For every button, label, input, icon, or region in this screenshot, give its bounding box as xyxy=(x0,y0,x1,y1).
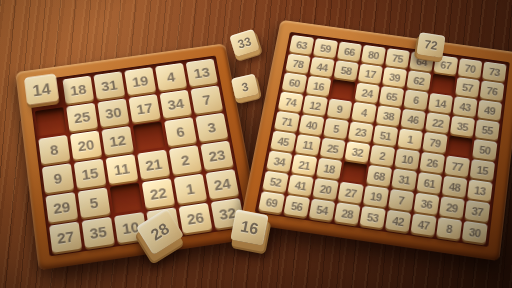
board-cell: 65 xyxy=(379,86,404,107)
number-tile-35[interactable]: 35 xyxy=(450,116,475,137)
board-cell: 71 xyxy=(274,111,300,132)
number-tile-6[interactable]: 6 xyxy=(164,117,197,146)
board-cell: 22 xyxy=(142,178,175,208)
number-tile-21[interactable]: 21 xyxy=(291,154,317,176)
number-tile-35[interactable]: 35 xyxy=(82,217,115,248)
number-tile-6[interactable]: 6 xyxy=(403,89,428,110)
board-cell: 18 xyxy=(62,76,94,104)
board-cell: 11 xyxy=(295,134,321,155)
board-cell: 7 xyxy=(190,85,223,114)
number-tile-74[interactable]: 74 xyxy=(278,92,304,113)
number-tile-53[interactable]: 53 xyxy=(360,206,386,228)
number-tile-73[interactable]: 73 xyxy=(482,61,506,81)
number-tile-36[interactable]: 36 xyxy=(414,193,440,215)
number-tile-31[interactable]: 31 xyxy=(391,169,417,191)
board-cell: 73 xyxy=(482,61,506,81)
board-cell: 10 xyxy=(394,148,420,170)
number-tile-42[interactable]: 42 xyxy=(385,210,411,232)
loose-tile-33[interactable]: 33 xyxy=(229,29,259,57)
number-tile-8[interactable]: 8 xyxy=(436,217,462,240)
number-tile-15[interactable]: 15 xyxy=(74,159,107,189)
empty-cell xyxy=(447,135,472,156)
board-cell: 14 xyxy=(31,80,62,108)
board-cell: 1 xyxy=(174,174,207,204)
number-tile-40[interactable]: 40 xyxy=(299,114,325,135)
number-tile-19[interactable]: 19 xyxy=(363,185,389,207)
number-tile-12[interactable]: 12 xyxy=(101,126,133,155)
number-tile-26[interactable]: 26 xyxy=(179,203,213,234)
number-tile-56[interactable]: 56 xyxy=(283,195,310,217)
board-cell: 8 xyxy=(38,135,70,165)
board-cell: 5 xyxy=(78,187,111,218)
board-cell: 30 xyxy=(462,221,488,244)
board-cell: 23 xyxy=(200,141,233,171)
number-tile-80[interactable]: 80 xyxy=(361,45,386,65)
board-cell: 68 xyxy=(366,165,392,187)
number-tile-20[interactable]: 20 xyxy=(312,178,338,200)
board-cell: 6 xyxy=(164,117,197,146)
number-tile-1[interactable]: 1 xyxy=(174,174,207,204)
number-tile-62[interactable]: 62 xyxy=(406,70,431,90)
board-cell: 38 xyxy=(376,105,401,126)
board-cell: 31 xyxy=(391,169,417,191)
board-cell: 39 xyxy=(382,67,407,87)
board-cell: 57 xyxy=(455,77,480,98)
board-cell: 3 xyxy=(195,113,228,142)
number-tile-57[interactable]: 57 xyxy=(455,77,480,98)
number-tile-75[interactable]: 75 xyxy=(385,48,410,68)
board-cell: 12 xyxy=(101,126,133,155)
number-tile-79[interactable]: 79 xyxy=(422,132,447,153)
number-tile-34[interactable]: 34 xyxy=(266,151,292,173)
number-tile-55[interactable]: 55 xyxy=(475,119,500,140)
board-cell: 31 xyxy=(93,71,125,99)
board-cell: 29 xyxy=(45,192,78,223)
board-cell: 27 xyxy=(49,222,82,253)
board-cell: 41 xyxy=(287,174,313,196)
board-cell: 62 xyxy=(406,70,431,90)
board-cell: 32 xyxy=(345,141,371,162)
board-cell: 67 xyxy=(434,55,459,75)
number-tile-44[interactable]: 44 xyxy=(309,57,334,77)
empty-cell xyxy=(431,74,456,94)
board-cell: 26 xyxy=(419,152,445,174)
board-cell: 4 xyxy=(351,102,376,123)
number-tile-45[interactable]: 45 xyxy=(270,131,296,152)
number-tile-47[interactable]: 47 xyxy=(411,213,437,236)
number-tile-26[interactable]: 26 xyxy=(419,152,445,174)
board-cell: 59 xyxy=(313,38,338,58)
number-tile-9[interactable]: 9 xyxy=(327,98,353,119)
loose-tile-16[interactable]: 16 xyxy=(230,209,268,246)
number-tile-22[interactable]: 22 xyxy=(142,178,175,208)
board-cell: 79 xyxy=(422,132,447,153)
number-tile-65[interactable]: 65 xyxy=(379,86,404,107)
number-tile-70[interactable]: 70 xyxy=(458,58,483,78)
number-tile-38[interactable]: 38 xyxy=(376,105,401,126)
number-tile-63[interactable]: 63 xyxy=(289,35,314,55)
right-board-well: 6359668075646770737844581739625776601624… xyxy=(255,32,510,247)
board-cell: 24 xyxy=(355,83,380,104)
board-cell: 9 xyxy=(42,163,74,193)
board-cell: 56 xyxy=(283,195,310,217)
board-cell: 37 xyxy=(464,200,490,222)
number-tile-28[interactable]: 28 xyxy=(334,202,360,224)
left-puzzle-board-6x6: 1418311941325301734782012639151121223295… xyxy=(15,43,262,270)
number-tile-25[interactable]: 25 xyxy=(320,138,346,159)
number-tile-4[interactable]: 4 xyxy=(155,63,187,91)
board-cell: 40 xyxy=(299,114,325,135)
board-cell: 26 xyxy=(179,203,213,234)
board-cell: 74 xyxy=(278,92,304,113)
board-cell: 51 xyxy=(373,125,399,146)
number-tile-50[interactable]: 50 xyxy=(472,139,497,160)
number-tile-78[interactable]: 78 xyxy=(285,54,310,74)
board-cell: 77 xyxy=(445,155,470,177)
number-tile-24[interactable]: 24 xyxy=(205,169,239,199)
board-cell: 35 xyxy=(450,116,475,137)
board-cell: 55 xyxy=(475,119,500,140)
number-tile-49[interactable]: 49 xyxy=(477,100,502,121)
number-tile-25[interactable]: 25 xyxy=(66,103,98,132)
board-cell: 7 xyxy=(388,189,414,211)
board-cell: 43 xyxy=(453,96,478,117)
right-puzzle-board-9x9: 6359668075646770737844581739625776601624… xyxy=(240,20,512,261)
number-tile-1[interactable]: 1 xyxy=(397,128,422,149)
board-cell: 42 xyxy=(385,210,411,232)
number-tile-24[interactable]: 24 xyxy=(355,83,380,104)
number-tile-30[interactable]: 30 xyxy=(97,98,129,127)
board-cell: 46 xyxy=(401,109,426,130)
board-cell: 28 xyxy=(334,202,360,224)
board-cell: 50 xyxy=(472,139,497,160)
right-board-grid: 6359668075646770737844581739625776601624… xyxy=(258,35,506,244)
number-tile-7[interactable]: 7 xyxy=(388,189,414,211)
board-cell: 21 xyxy=(137,150,170,180)
number-tile-21[interactable]: 21 xyxy=(137,150,170,180)
number-tile-18[interactable]: 18 xyxy=(316,158,342,180)
number-tile-14[interactable]: 14 xyxy=(24,73,59,105)
board-cell: 17 xyxy=(128,94,160,123)
number-tile-12[interactable]: 12 xyxy=(302,95,328,116)
board-cell: 47 xyxy=(411,213,437,236)
loose-tile-72[interactable]: 72 xyxy=(416,32,445,58)
board-cell: 19 xyxy=(124,67,156,95)
number-tile-4[interactable]: 4 xyxy=(351,102,376,123)
number-tile-76[interactable]: 76 xyxy=(480,80,505,101)
board-cell: 63 xyxy=(289,35,314,55)
number-tile-11[interactable]: 11 xyxy=(105,154,138,184)
number-tile-32[interactable]: 32 xyxy=(345,141,371,162)
empty-cell xyxy=(330,79,355,100)
board-cell: 78 xyxy=(285,54,310,74)
loose-tile-3[interactable]: 3 xyxy=(231,74,259,100)
board-cell: 16 xyxy=(306,76,331,97)
board-cell: 23 xyxy=(348,121,374,142)
board-cell: 20 xyxy=(312,178,338,200)
number-tile-58[interactable]: 58 xyxy=(334,60,359,80)
number-tile-13[interactable]: 13 xyxy=(467,179,493,201)
board-cell: 48 xyxy=(442,176,468,198)
number-tile-9[interactable]: 9 xyxy=(42,163,74,193)
number-tile-37[interactable]: 37 xyxy=(464,200,490,222)
number-tile-2[interactable]: 2 xyxy=(169,145,202,175)
number-tile-16[interactable]: 16 xyxy=(306,76,331,97)
number-tile-14[interactable]: 14 xyxy=(428,93,453,114)
number-tile-30[interactable]: 30 xyxy=(462,221,488,244)
board-cell: 20 xyxy=(70,130,102,159)
board-cell: 60 xyxy=(282,72,308,92)
number-tile-69[interactable]: 69 xyxy=(258,191,285,213)
board-cell: 29 xyxy=(439,196,465,218)
number-tile-11[interactable]: 11 xyxy=(295,134,321,155)
board-cell: 76 xyxy=(480,80,505,101)
board-cell: 66 xyxy=(337,41,362,61)
number-tile-23[interactable]: 23 xyxy=(348,121,374,142)
board-cell: 15 xyxy=(470,159,495,181)
board-cell: 25 xyxy=(320,138,346,159)
number-tile-39[interactable]: 39 xyxy=(382,67,407,87)
board-cell: 69 xyxy=(258,191,285,213)
board-cell: 53 xyxy=(360,206,386,228)
number-tile-67[interactable]: 67 xyxy=(434,55,459,75)
number-tile-17[interactable]: 17 xyxy=(128,94,160,123)
board-cell: 34 xyxy=(266,151,292,173)
number-tile-68[interactable]: 68 xyxy=(366,165,392,187)
board-cell: 14 xyxy=(428,93,453,114)
number-tile-22[interactable]: 22 xyxy=(425,112,450,133)
number-tile-29[interactable]: 29 xyxy=(45,192,78,223)
board-cell: 11 xyxy=(105,154,138,184)
board-cell: 70 xyxy=(458,58,483,78)
board-cell: 12 xyxy=(302,95,328,116)
board-cell: 17 xyxy=(358,64,383,84)
board-cell: 5 xyxy=(323,118,349,139)
empty-cell xyxy=(133,122,166,151)
number-tile-48[interactable]: 48 xyxy=(442,176,468,198)
number-tile-2[interactable]: 2 xyxy=(369,145,395,167)
number-tile-7[interactable]: 7 xyxy=(190,85,223,114)
board-cell: 8 xyxy=(436,217,462,240)
number-tile-8[interactable]: 8 xyxy=(38,135,70,165)
number-tile-71[interactable]: 71 xyxy=(274,111,300,132)
board-cell: 35 xyxy=(82,217,115,248)
number-tile-13[interactable]: 13 xyxy=(186,59,218,87)
board-cell: 36 xyxy=(414,193,440,215)
board-cell: 1 xyxy=(397,128,422,149)
board-cell: 52 xyxy=(262,171,289,193)
number-tile-20[interactable]: 20 xyxy=(70,130,102,159)
board-cell: 61 xyxy=(417,172,443,194)
empty-cell xyxy=(341,161,367,183)
board-cell: 15 xyxy=(74,159,107,189)
board-cell: 25 xyxy=(66,103,98,132)
number-tile-19[interactable]: 19 xyxy=(124,67,156,95)
number-tile-61[interactable]: 61 xyxy=(417,172,443,194)
number-tile-54[interactable]: 54 xyxy=(309,199,336,221)
number-tile-52[interactable]: 52 xyxy=(262,171,289,193)
board-cell: 34 xyxy=(159,90,191,119)
number-tile-18[interactable]: 18 xyxy=(62,76,94,104)
board-cell: 9 xyxy=(327,98,353,119)
number-tile-17[interactable]: 17 xyxy=(358,64,383,84)
wood-table: 1418311941325301734782012639151121223295… xyxy=(0,0,512,288)
board-cell: 75 xyxy=(385,48,410,68)
board-cell: 13 xyxy=(467,179,493,201)
left-board-grid: 1418311941325301734782012639151121223295… xyxy=(31,59,244,253)
board-cell: 44 xyxy=(309,57,334,77)
number-tile-34[interactable]: 34 xyxy=(159,90,191,119)
number-tile-3[interactable]: 3 xyxy=(195,113,228,142)
number-tile-31[interactable]: 31 xyxy=(93,71,125,99)
number-tile-46[interactable]: 46 xyxy=(401,109,426,130)
number-tile-60[interactable]: 60 xyxy=(282,72,308,92)
number-tile-59[interactable]: 59 xyxy=(313,38,338,58)
board-cell: 24 xyxy=(205,169,239,199)
number-tile-5[interactable]: 5 xyxy=(323,118,349,139)
number-tile-15[interactable]: 15 xyxy=(470,159,495,181)
empty-cell xyxy=(35,107,67,136)
board-cell: 49 xyxy=(477,100,502,121)
board-cell: 27 xyxy=(338,182,364,204)
board-cell: 6 xyxy=(403,89,428,110)
number-tile-5[interactable]: 5 xyxy=(78,187,111,218)
number-tile-10[interactable]: 10 xyxy=(394,148,420,170)
board-cell: 45 xyxy=(270,131,296,152)
board-cell: 30 xyxy=(97,98,129,127)
number-tile-23[interactable]: 23 xyxy=(200,141,233,171)
empty-cell xyxy=(110,183,143,214)
number-tile-43[interactable]: 43 xyxy=(453,96,478,117)
board-cell: 80 xyxy=(361,45,386,65)
board-cell: 13 xyxy=(186,59,218,87)
board-cell: 2 xyxy=(369,145,395,167)
number-tile-51[interactable]: 51 xyxy=(373,125,399,146)
number-tile-77[interactable]: 77 xyxy=(445,155,470,177)
number-tile-41[interactable]: 41 xyxy=(287,174,313,196)
board-cell: 4 xyxy=(155,63,187,91)
board-cell: 18 xyxy=(316,158,342,180)
board-cell: 58 xyxy=(334,60,359,80)
board-cell: 22 xyxy=(425,112,450,133)
board-cell: 2 xyxy=(169,145,202,175)
number-tile-27[interactable]: 27 xyxy=(338,182,364,204)
number-tile-29[interactable]: 29 xyxy=(439,196,465,218)
board-cell: 21 xyxy=(291,154,317,176)
number-tile-27[interactable]: 27 xyxy=(49,222,82,253)
board-cell: 19 xyxy=(363,185,389,207)
number-tile-66[interactable]: 66 xyxy=(337,41,362,61)
board-cell: 54 xyxy=(309,199,336,221)
